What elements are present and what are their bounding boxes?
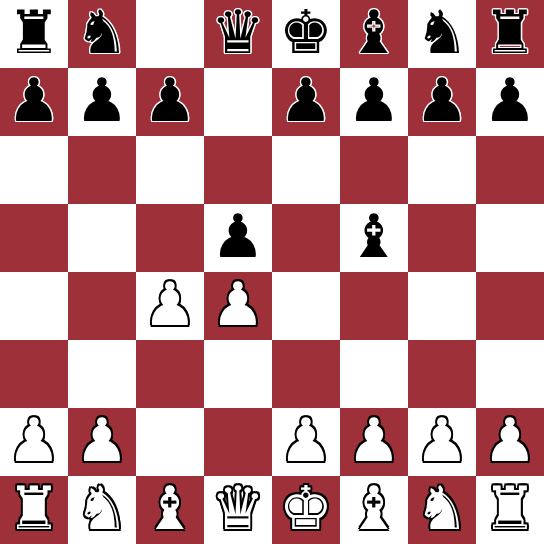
chess-board: ♜♞♛♚♝♞♜♟♟♟♟♟♟♟♟♝♟♟♟♟♟♟♟♟♜♞♝♛♚♝♞♜	[0, 0, 544, 544]
square-g5[interactable]	[408, 204, 476, 272]
piece-black-bishop[interactable]: ♝	[347, 0, 401, 66]
square-b3[interactable]	[68, 340, 136, 408]
piece-black-pawn[interactable]: ♟	[483, 68, 537, 134]
piece-white-knight[interactable]: ♞	[415, 476, 469, 542]
square-a6[interactable]	[0, 136, 68, 204]
square-h5[interactable]	[476, 204, 544, 272]
square-h3[interactable]	[476, 340, 544, 408]
square-h7[interactable]: ♟	[476, 68, 544, 136]
square-f8[interactable]: ♝	[340, 0, 408, 68]
square-d4[interactable]: ♟	[204, 272, 272, 340]
square-f5[interactable]: ♝	[340, 204, 408, 272]
square-e2[interactable]: ♟	[272, 408, 340, 476]
square-h2[interactable]: ♟	[476, 408, 544, 476]
piece-white-rook[interactable]: ♜	[7, 476, 61, 542]
square-b2[interactable]: ♟	[68, 408, 136, 476]
square-b5[interactable]	[68, 204, 136, 272]
square-b4[interactable]	[68, 272, 136, 340]
piece-black-queen[interactable]: ♛	[211, 0, 265, 66]
square-c1[interactable]: ♝	[136, 476, 204, 544]
square-g3[interactable]	[408, 340, 476, 408]
square-d3[interactable]	[204, 340, 272, 408]
piece-white-pawn[interactable]: ♟	[211, 272, 265, 338]
piece-white-bishop[interactable]: ♝	[143, 476, 197, 542]
piece-white-rook[interactable]: ♜	[483, 476, 537, 542]
square-d7[interactable]	[204, 68, 272, 136]
square-f2[interactable]: ♟	[340, 408, 408, 476]
square-e5[interactable]	[272, 204, 340, 272]
square-b1[interactable]: ♞	[68, 476, 136, 544]
square-f6[interactable]	[340, 136, 408, 204]
square-a1[interactable]: ♜	[0, 476, 68, 544]
piece-black-pawn[interactable]: ♟	[143, 68, 197, 134]
piece-white-king[interactable]: ♚	[279, 476, 333, 542]
square-e7[interactable]: ♟	[272, 68, 340, 136]
square-f3[interactable]	[340, 340, 408, 408]
piece-black-bishop[interactable]: ♝	[347, 204, 401, 270]
piece-white-queen[interactable]: ♛	[211, 476, 265, 542]
piece-white-knight[interactable]: ♞	[75, 476, 129, 542]
square-g1[interactable]: ♞	[408, 476, 476, 544]
square-g8[interactable]: ♞	[408, 0, 476, 68]
square-a4[interactable]	[0, 272, 68, 340]
piece-black-rook[interactable]: ♜	[483, 0, 537, 66]
square-h4[interactable]	[476, 272, 544, 340]
square-d2[interactable]	[204, 408, 272, 476]
square-c4[interactable]: ♟	[136, 272, 204, 340]
piece-black-knight[interactable]: ♞	[75, 0, 129, 66]
square-c7[interactable]: ♟	[136, 68, 204, 136]
square-e4[interactable]	[272, 272, 340, 340]
square-c2[interactable]	[136, 408, 204, 476]
square-e8[interactable]: ♚	[272, 0, 340, 68]
square-f1[interactable]: ♝	[340, 476, 408, 544]
square-c5[interactable]	[136, 204, 204, 272]
piece-white-pawn[interactable]: ♟	[347, 408, 401, 474]
square-a2[interactable]: ♟	[0, 408, 68, 476]
piece-black-knight[interactable]: ♞	[415, 0, 469, 66]
square-a3[interactable]	[0, 340, 68, 408]
square-d6[interactable]	[204, 136, 272, 204]
square-e1[interactable]: ♚	[272, 476, 340, 544]
piece-white-pawn[interactable]: ♟	[7, 408, 61, 474]
square-a5[interactable]	[0, 204, 68, 272]
square-h6[interactable]	[476, 136, 544, 204]
square-b7[interactable]: ♟	[68, 68, 136, 136]
square-g7[interactable]: ♟	[408, 68, 476, 136]
piece-black-king[interactable]: ♚	[279, 0, 333, 66]
square-e3[interactable]	[272, 340, 340, 408]
square-d5[interactable]: ♟	[204, 204, 272, 272]
piece-black-pawn[interactable]: ♟	[7, 68, 61, 134]
square-f4[interactable]	[340, 272, 408, 340]
square-g6[interactable]	[408, 136, 476, 204]
square-g4[interactable]	[408, 272, 476, 340]
piece-black-pawn[interactable]: ♟	[75, 68, 129, 134]
square-h8[interactable]: ♜	[476, 0, 544, 68]
square-f7[interactable]: ♟	[340, 68, 408, 136]
square-d8[interactable]: ♛	[204, 0, 272, 68]
piece-white-pawn[interactable]: ♟	[75, 408, 129, 474]
square-b6[interactable]	[68, 136, 136, 204]
square-a8[interactable]: ♜	[0, 0, 68, 68]
piece-white-bishop[interactable]: ♝	[347, 476, 401, 542]
square-c6[interactable]	[136, 136, 204, 204]
piece-white-pawn[interactable]: ♟	[143, 272, 197, 338]
piece-black-pawn[interactable]: ♟	[415, 68, 469, 134]
piece-white-pawn[interactable]: ♟	[483, 408, 537, 474]
piece-black-rook[interactable]: ♜	[7, 0, 61, 66]
piece-black-pawn[interactable]: ♟	[211, 204, 265, 270]
square-a7[interactable]: ♟	[0, 68, 68, 136]
square-c8[interactable]	[136, 0, 204, 68]
square-c3[interactable]	[136, 340, 204, 408]
square-b8[interactable]: ♞	[68, 0, 136, 68]
piece-white-pawn[interactable]: ♟	[415, 408, 469, 474]
square-e6[interactable]	[272, 136, 340, 204]
square-g2[interactable]: ♟	[408, 408, 476, 476]
piece-black-pawn[interactable]: ♟	[347, 68, 401, 134]
piece-black-pawn[interactable]: ♟	[279, 68, 333, 134]
square-h1[interactable]: ♜	[476, 476, 544, 544]
square-d1[interactable]: ♛	[204, 476, 272, 544]
piece-white-pawn[interactable]: ♟	[279, 408, 333, 474]
